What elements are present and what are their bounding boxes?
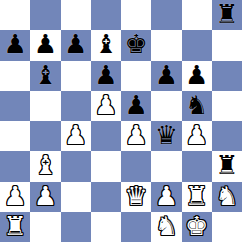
square-g8[interactable] [182, 0, 212, 30]
square-c8[interactable] [61, 0, 91, 30]
square-d8[interactable] [91, 0, 121, 30]
white-knight-piece[interactable]: ♞ [215, 183, 238, 209]
black-pawn-piece[interactable]: ♟ [3, 31, 26, 57]
black-rook-piece[interactable]: ♜ [215, 1, 238, 27]
black-king-piece[interactable]: ♚ [124, 31, 147, 57]
black-bishop-piece[interactable]: ♝ [94, 31, 117, 57]
square-d3[interactable] [91, 151, 121, 181]
square-f8[interactable] [151, 0, 181, 30]
square-d7[interactable]: ♝ [91, 30, 121, 60]
square-a5[interactable] [0, 91, 30, 121]
white-rook-piece[interactable]: ♜ [185, 183, 208, 209]
black-pawn-piece[interactable]: ♟ [124, 92, 147, 118]
black-pawn-piece[interactable]: ♟ [185, 62, 208, 88]
black-pawn-piece[interactable]: ♟ [34, 31, 57, 57]
square-g6[interactable]: ♟ [182, 61, 212, 91]
square-g1[interactable]: ♚ [182, 212, 212, 242]
black-knight-piece[interactable]: ♞ [185, 92, 208, 118]
square-a2[interactable]: ♟ [0, 182, 30, 212]
square-b5[interactable] [30, 91, 60, 121]
square-c6[interactable] [61, 61, 91, 91]
square-c3[interactable] [61, 151, 91, 181]
square-f3[interactable] [151, 151, 181, 181]
square-b8[interactable] [30, 0, 60, 30]
white-bishop-piece[interactable]: ♝ [34, 152, 57, 178]
square-b2[interactable]: ♟ [30, 182, 60, 212]
black-rook-piece[interactable]: ♜ [215, 152, 238, 178]
square-a1[interactable]: ♜ [0, 212, 30, 242]
square-e4[interactable]: ♟ [121, 121, 151, 151]
square-e6[interactable] [121, 61, 151, 91]
white-pawn-piece[interactable]: ♟ [94, 92, 117, 118]
square-e8[interactable] [121, 0, 151, 30]
chess-board: ♜♟♟♟♝♚♝♟♟♟♟♟♞♟♟♛♟♝♜♟♟♛♟♜♞♜♞♚ [0, 0, 242, 242]
black-queen-piece[interactable]: ♛ [155, 122, 178, 148]
square-c7[interactable]: ♟ [61, 30, 91, 60]
square-b7[interactable]: ♟ [30, 30, 60, 60]
square-f7[interactable] [151, 30, 181, 60]
white-pawn-piece[interactable]: ♟ [64, 122, 87, 148]
white-pawn-piece[interactable]: ♟ [3, 183, 26, 209]
black-pawn-piece[interactable]: ♟ [64, 31, 87, 57]
square-e2[interactable]: ♛ [121, 182, 151, 212]
square-d6[interactable]: ♟ [91, 61, 121, 91]
square-c1[interactable] [61, 212, 91, 242]
square-a6[interactable] [0, 61, 30, 91]
white-rook-piece[interactable]: ♜ [3, 213, 26, 239]
square-h7[interactable] [212, 30, 242, 60]
square-e1[interactable] [121, 212, 151, 242]
square-b6[interactable]: ♝ [30, 61, 60, 91]
square-g4[interactable]: ♟ [182, 121, 212, 151]
square-h1[interactable] [212, 212, 242, 242]
square-e7[interactable]: ♚ [121, 30, 151, 60]
square-b4[interactable] [30, 121, 60, 151]
white-pawn-piece[interactable]: ♟ [34, 183, 57, 209]
white-knight-piece[interactable]: ♞ [155, 213, 178, 239]
white-pawn-piece[interactable]: ♟ [185, 122, 208, 148]
square-h6[interactable] [212, 61, 242, 91]
square-f5[interactable] [151, 91, 181, 121]
square-c4[interactable]: ♟ [61, 121, 91, 151]
white-pawn-piece[interactable]: ♟ [124, 122, 147, 148]
square-a8[interactable] [0, 0, 30, 30]
square-d5[interactable]: ♟ [91, 91, 121, 121]
square-h5[interactable] [212, 91, 242, 121]
square-d1[interactable] [91, 212, 121, 242]
black-bishop-piece[interactable]: ♝ [34, 62, 57, 88]
square-f1[interactable]: ♞ [151, 212, 181, 242]
square-c2[interactable] [61, 182, 91, 212]
square-h3[interactable]: ♜ [212, 151, 242, 181]
black-pawn-piece[interactable]: ♟ [94, 62, 117, 88]
white-pawn-piece[interactable]: ♟ [155, 183, 178, 209]
square-h2[interactable]: ♞ [212, 182, 242, 212]
square-h8[interactable]: ♜ [212, 0, 242, 30]
square-g7[interactable] [182, 30, 212, 60]
white-king-piece[interactable]: ♚ [185, 213, 208, 239]
square-a4[interactable] [0, 121, 30, 151]
square-f4[interactable]: ♛ [151, 121, 181, 151]
square-a7[interactable]: ♟ [0, 30, 30, 60]
square-e5[interactable]: ♟ [121, 91, 151, 121]
square-d2[interactable] [91, 182, 121, 212]
square-f6[interactable]: ♟ [151, 61, 181, 91]
white-queen-piece[interactable]: ♛ [124, 183, 147, 209]
square-e3[interactable] [121, 151, 151, 181]
square-b3[interactable]: ♝ [30, 151, 60, 181]
square-d4[interactable] [91, 121, 121, 151]
square-g2[interactable]: ♜ [182, 182, 212, 212]
square-f2[interactable]: ♟ [151, 182, 181, 212]
square-a3[interactable] [0, 151, 30, 181]
black-pawn-piece[interactable]: ♟ [155, 62, 178, 88]
square-c5[interactable] [61, 91, 91, 121]
square-g5[interactable]: ♞ [182, 91, 212, 121]
square-h4[interactable] [212, 121, 242, 151]
square-g3[interactable] [182, 151, 212, 181]
square-b1[interactable] [30, 212, 60, 242]
